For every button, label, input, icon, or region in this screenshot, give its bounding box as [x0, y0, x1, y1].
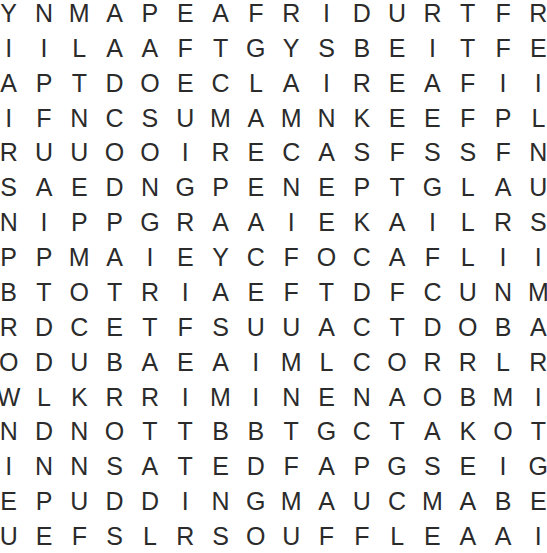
grid-cell-r5c5[interactable]: O	[132, 136, 167, 171]
grid-cell-r5c2[interactable]: U	[26, 136, 61, 171]
grid-cell-r11c14[interactable]: R	[450, 345, 485, 380]
grid-cell-r5c8[interactable]: E	[238, 136, 273, 171]
grid-cell-r6c5[interactable]: N	[132, 170, 167, 205]
grid-cell-r16c5[interactable]: L	[132, 519, 167, 553]
grid-cell-r11c7[interactable]: A	[203, 345, 238, 380]
grid-cell-r13c10[interactable]: G	[309, 415, 344, 450]
grid-cell-r1c12[interactable]: U	[379, 0, 414, 31]
grid-cell-r13c4[interactable]: O	[97, 415, 132, 450]
grid-cell-r14c13[interactable]: S	[415, 449, 450, 484]
grid-cell-r10c15[interactable]: B	[485, 310, 520, 345]
grid-cell-r16c2[interactable]: E	[26, 519, 61, 553]
grid-cell-r2c5[interactable]: A	[132, 31, 167, 66]
grid-cell-r6c1[interactable]: S	[0, 170, 26, 205]
grid-cell-r3c5[interactable]: O	[132, 66, 167, 101]
grid-cell-r4c3[interactable]: N	[62, 101, 97, 136]
grid-cell-r16c9[interactable]: U	[274, 519, 309, 553]
grid-cell-r11c5[interactable]: A	[132, 345, 167, 380]
grid-cell-r2c13[interactable]: I	[415, 31, 450, 66]
grid-cell-r7c9[interactable]: I	[274, 205, 309, 240]
grid-cell-r12c9[interactable]: N	[274, 380, 309, 415]
grid-cell-r3c3[interactable]: T	[62, 66, 97, 101]
grid-cell-r1c8[interactable]: F	[238, 0, 273, 31]
grid-cell-r7c2[interactable]: I	[26, 205, 61, 240]
grid-cell-r8c16[interactable]: I	[521, 240, 547, 275]
grid-cell-r14c3[interactable]: N	[62, 449, 97, 484]
grid-cell-r4c4[interactable]: C	[97, 101, 132, 136]
grid-cell-r14c15[interactable]: I	[485, 449, 520, 484]
grid-cell-r11c8[interactable]: I	[238, 345, 273, 380]
grid-cell-r12c4[interactable]: R	[97, 380, 132, 415]
grid-cell-r2c15[interactable]: F	[485, 31, 520, 66]
grid-cell-r15c16[interactable]: E	[521, 484, 547, 519]
grid-cell-r14c12[interactable]: G	[379, 449, 414, 484]
grid-cell-r2c6[interactable]: F	[168, 31, 203, 66]
grid-cell-r15c4[interactable]: D	[97, 484, 132, 519]
grid-cell-r12c1[interactable]: W	[0, 380, 26, 415]
grid-cell-r7c4[interactable]: P	[97, 205, 132, 240]
grid-cell-r7c8[interactable]: A	[238, 205, 273, 240]
grid-cell-r13c9[interactable]: T	[274, 415, 309, 450]
grid-cell-r5c9[interactable]: C	[274, 136, 309, 171]
grid-cell-r14c4[interactable]: S	[97, 449, 132, 484]
grid-cell-r5c6[interactable]: I	[168, 136, 203, 171]
grid-cell-r4c14[interactable]: F	[450, 101, 485, 136]
grid-cell-r9c2[interactable]: T	[26, 275, 61, 310]
grid-cell-r4c11[interactable]: K	[344, 101, 379, 136]
grid-cell-r7c5[interactable]: G	[132, 205, 167, 240]
grid-cell-r14c10[interactable]: A	[309, 449, 344, 484]
grid-cell-r12c2[interactable]: L	[26, 380, 61, 415]
grid-cell-r2c7[interactable]: T	[203, 31, 238, 66]
grid-cell-r3c2[interactable]: P	[26, 66, 61, 101]
grid-cell-r16c11[interactable]: F	[344, 519, 379, 553]
grid-cell-r2c10[interactable]: S	[309, 31, 344, 66]
grid-cell-r5c12[interactable]: F	[379, 136, 414, 171]
grid-cell-r3c10[interactable]: I	[309, 66, 344, 101]
grid-cell-r14c11[interactable]: P	[344, 449, 379, 484]
grid-cell-r5c10[interactable]: A	[309, 136, 344, 171]
grid-cell-r14c7[interactable]: E	[203, 449, 238, 484]
grid-cell-r6c4[interactable]: D	[97, 170, 132, 205]
grid-cell-r6c7[interactable]: P	[203, 170, 238, 205]
grid-cell-r10c16[interactable]: A	[521, 310, 547, 345]
grid-cell-r9c10[interactable]: T	[309, 275, 344, 310]
grid-cell-r2c9[interactable]: Y	[274, 31, 309, 66]
grid-cell-r6c14[interactable]: L	[450, 170, 485, 205]
grid-cell-r3c7[interactable]: C	[203, 66, 238, 101]
grid-cell-r13c2[interactable]: D	[26, 415, 61, 450]
grid-cell-r16c6[interactable]: R	[168, 519, 203, 553]
grid-cell-r3c13[interactable]: A	[415, 66, 450, 101]
grid-cell-r13c11[interactable]: C	[344, 415, 379, 450]
grid-cell-r1c13[interactable]: R	[415, 0, 450, 31]
grid-cell-r4c13[interactable]: E	[415, 101, 450, 136]
grid-cell-r6c13[interactable]: G	[415, 170, 450, 205]
grid-cell-r14c1[interactable]: I	[0, 449, 26, 484]
grid-cell-r10c14[interactable]: O	[450, 310, 485, 345]
grid-cell-r11c9[interactable]: M	[274, 345, 309, 380]
grid-cell-r2c14[interactable]: T	[450, 31, 485, 66]
grid-cell-r12c11[interactable]: N	[344, 380, 379, 415]
grid-cell-r9c5[interactable]: R	[132, 275, 167, 310]
grid-cell-r13c14[interactable]: K	[450, 415, 485, 450]
grid-cell-r8c1[interactable]: P	[0, 240, 26, 275]
grid-cell-r11c3[interactable]: U	[62, 345, 97, 380]
grid-cell-r13c12[interactable]: T	[379, 415, 414, 450]
grid-cell-r13c13[interactable]: A	[415, 415, 450, 450]
word-search-grid: YNMAPEAFRIDURTFRIILAAFTGYSBEITFEAPTDOECL…	[0, 0, 547, 553]
grid-cell-r7c16[interactable]: S	[521, 205, 547, 240]
grid-cell-r1c1[interactable]: Y	[0, 0, 26, 31]
grid-cell-r16c4[interactable]: S	[97, 519, 132, 553]
grid-cell-r5c7[interactable]: R	[203, 136, 238, 171]
grid-cell-r7c13[interactable]: I	[415, 205, 450, 240]
grid-cell-r12c13[interactable]: O	[415, 380, 450, 415]
grid-cell-r3c1[interactable]: A	[0, 66, 26, 101]
grid-cell-r2c12[interactable]: E	[379, 31, 414, 66]
grid-cell-r15c3[interactable]: U	[62, 484, 97, 519]
grid-cell-r3c4[interactable]: D	[97, 66, 132, 101]
grid-cell-r12c5[interactable]: R	[132, 380, 167, 415]
grid-cell-r5c13[interactable]: S	[415, 136, 450, 171]
grid-cell-r12c16[interactable]: I	[521, 380, 547, 415]
grid-cell-r8c2[interactable]: P	[26, 240, 61, 275]
grid-cell-r15c11[interactable]: U	[344, 484, 379, 519]
grid-cell-r4c6[interactable]: U	[168, 101, 203, 136]
grid-cell-r16c3[interactable]: F	[62, 519, 97, 553]
grid-cell-r10c11[interactable]: C	[344, 310, 379, 345]
grid-cell-r11c2[interactable]: D	[26, 345, 61, 380]
grid-cell-r8c6[interactable]: E	[168, 240, 203, 275]
grid-cell-r12c7[interactable]: M	[203, 380, 238, 415]
grid-cell-r11c6[interactable]: E	[168, 345, 203, 380]
grid-cell-r11c10[interactable]: L	[309, 345, 344, 380]
grid-cell-r7c1[interactable]: N	[0, 205, 26, 240]
grid-cell-r10c2[interactable]: D	[26, 310, 61, 345]
grid-cell-r5c3[interactable]: U	[62, 136, 97, 171]
grid-cell-r6c11[interactable]: P	[344, 170, 379, 205]
grid-cell-r15c1[interactable]: E	[0, 484, 26, 519]
grid-cell-r4c16[interactable]: L	[521, 101, 547, 136]
grid-cell-r4c2[interactable]: F	[26, 101, 61, 136]
grid-cell-r16c12[interactable]: L	[379, 519, 414, 553]
grid-cell-r8c14[interactable]: L	[450, 240, 485, 275]
grid-cell-r8c8[interactable]: C	[238, 240, 273, 275]
grid-cell-r6c15[interactable]: A	[485, 170, 520, 205]
grid-cell-r4c5[interactable]: S	[132, 101, 167, 136]
grid-cell-r5c4[interactable]: O	[97, 136, 132, 171]
grid-cell-r10c12[interactable]: T	[379, 310, 414, 345]
grid-cell-r15c6[interactable]: I	[168, 484, 203, 519]
grid-cell-r16c8[interactable]: O	[238, 519, 273, 553]
grid-cell-r3c9[interactable]: A	[274, 66, 309, 101]
grid-cell-r13c7[interactable]: B	[203, 415, 238, 450]
grid-cell-r13c1[interactable]: N	[0, 415, 26, 450]
grid-cell-r9c15[interactable]: N	[485, 275, 520, 310]
grid-cell-r10c8[interactable]: U	[238, 310, 273, 345]
grid-cell-r1c4[interactable]: A	[97, 0, 132, 31]
grid-cell-r12c12[interactable]: A	[379, 380, 414, 415]
grid-cell-r1c11[interactable]: D	[344, 0, 379, 31]
grid-cell-r12c3[interactable]: K	[62, 380, 97, 415]
grid-cell-r8c3[interactable]: M	[62, 240, 97, 275]
grid-cell-r13c8[interactable]: B	[238, 415, 273, 450]
grid-cell-r1c5[interactable]: P	[132, 0, 167, 31]
grid-cell-r14c14[interactable]: E	[450, 449, 485, 484]
grid-cell-r15c9[interactable]: M	[274, 484, 309, 519]
grid-cell-r9c6[interactable]: I	[168, 275, 203, 310]
grid-cell-r2c8[interactable]: G	[238, 31, 273, 66]
grid-cell-r2c11[interactable]: B	[344, 31, 379, 66]
grid-cell-r15c10[interactable]: A	[309, 484, 344, 519]
grid-cell-r7c6[interactable]: R	[168, 205, 203, 240]
grid-cell-r8c13[interactable]: F	[415, 240, 450, 275]
grid-cell-r1c7[interactable]: A	[203, 0, 238, 31]
grid-cell-r5c15[interactable]: F	[485, 136, 520, 171]
grid-cell-r15c12[interactable]: C	[379, 484, 414, 519]
grid-cell-r6c3[interactable]: E	[62, 170, 97, 205]
grid-cell-r4c15[interactable]: P	[485, 101, 520, 136]
grid-cell-r15c15[interactable]: B	[485, 484, 520, 519]
grid-cell-r7c7[interactable]: A	[203, 205, 238, 240]
grid-cell-r16c13[interactable]: E	[415, 519, 450, 553]
grid-cell-r8c4[interactable]: A	[97, 240, 132, 275]
grid-cell-r12c14[interactable]: B	[450, 380, 485, 415]
grid-cell-r9c13[interactable]: C	[415, 275, 450, 310]
grid-cell-r12c15[interactable]: M	[485, 380, 520, 415]
grid-cell-r9c12[interactable]: F	[379, 275, 414, 310]
grid-cell-r5c1[interactable]: R	[0, 136, 26, 171]
grid-cell-r3c6[interactable]: E	[168, 66, 203, 101]
grid-cell-r10c7[interactable]: S	[203, 310, 238, 345]
grid-cell-r7c15[interactable]: R	[485, 205, 520, 240]
grid-cell-r3c8[interactable]: L	[238, 66, 273, 101]
grid-cell-r1c3[interactable]: M	[62, 0, 97, 31]
grid-cell-r8c15[interactable]: I	[485, 240, 520, 275]
grid-cell-r11c11[interactable]: C	[344, 345, 379, 380]
grid-cell-r16c7[interactable]: S	[203, 519, 238, 553]
grid-cell-r4c12[interactable]: E	[379, 101, 414, 136]
grid-cell-r10c6[interactable]: F	[168, 310, 203, 345]
grid-cell-r16c14[interactable]: A	[450, 519, 485, 553]
grid-cell-r11c12[interactable]: O	[379, 345, 414, 380]
grid-cell-r3c14[interactable]: F	[450, 66, 485, 101]
grid-cell-r15c13[interactable]: M	[415, 484, 450, 519]
grid-cell-r1c14[interactable]: T	[450, 0, 485, 31]
grid-cell-r2c1[interactable]: I	[0, 31, 26, 66]
grid-cell-r14c2[interactable]: N	[26, 449, 61, 484]
grid-cell-r15c8[interactable]: G	[238, 484, 273, 519]
grid-cell-r16c15[interactable]: A	[485, 519, 520, 553]
grid-cell-r10c5[interactable]: T	[132, 310, 167, 345]
grid-cell-r16c10[interactable]: F	[309, 519, 344, 553]
grid-cell-r2c3[interactable]: L	[62, 31, 97, 66]
grid-cell-r7c14[interactable]: L	[450, 205, 485, 240]
grid-cell-r6c2[interactable]: A	[26, 170, 61, 205]
grid-cell-r7c12[interactable]: A	[379, 205, 414, 240]
grid-cell-r10c1[interactable]: R	[0, 310, 26, 345]
grid-cell-r6c8[interactable]: E	[238, 170, 273, 205]
grid-cell-r2c2[interactable]: I	[26, 31, 61, 66]
grid-cell-r3c12[interactable]: E	[379, 66, 414, 101]
grid-cell-r6c9[interactable]: N	[274, 170, 309, 205]
grid-cell-r13c15[interactable]: O	[485, 415, 520, 450]
grid-cell-r15c7[interactable]: N	[203, 484, 238, 519]
grid-cell-r10c13[interactable]: D	[415, 310, 450, 345]
grid-cell-r11c13[interactable]: R	[415, 345, 450, 380]
grid-cell-r6c16[interactable]: U	[521, 170, 547, 205]
grid-cell-r3c11[interactable]: R	[344, 66, 379, 101]
grid-cell-r5c14[interactable]: S	[450, 136, 485, 171]
grid-cell-r16c1[interactable]: U	[0, 519, 26, 553]
grid-cell-r14c6[interactable]: T	[168, 449, 203, 484]
grid-cell-r13c3[interactable]: N	[62, 415, 97, 450]
grid-cell-r8c7[interactable]: Y	[203, 240, 238, 275]
grid-cell-r11c4[interactable]: B	[97, 345, 132, 380]
grid-cell-r15c5[interactable]: D	[132, 484, 167, 519]
grid-cell-r5c11[interactable]: S	[344, 136, 379, 171]
grid-cell-r10c4[interactable]: E	[97, 310, 132, 345]
grid-cell-r6c6[interactable]: G	[168, 170, 203, 205]
grid-cell-r13c5[interactable]: T	[132, 415, 167, 450]
grid-cell-r8c11[interactable]: C	[344, 240, 379, 275]
grid-cell-r15c14[interactable]: A	[450, 484, 485, 519]
grid-cell-r8c10[interactable]: O	[309, 240, 344, 275]
grid-cell-r16c16[interactable]: I	[521, 519, 547, 553]
grid-cell-r14c5[interactable]: A	[132, 449, 167, 484]
grid-cell-r3c15[interactable]: I	[485, 66, 520, 101]
grid-cell-r14c16[interactable]: G	[521, 449, 547, 484]
grid-cell-r11c1[interactable]: O	[0, 345, 26, 380]
grid-cell-r9c7[interactable]: A	[203, 275, 238, 310]
grid-cell-r1c16[interactable]: R	[521, 0, 547, 31]
grid-cell-r10c10[interactable]: A	[309, 310, 344, 345]
grid-cell-r13c6[interactable]: T	[168, 415, 203, 450]
grid-cell-r9c11[interactable]: D	[344, 275, 379, 310]
grid-cell-r7c11[interactable]: K	[344, 205, 379, 240]
grid-cell-r13c16[interactable]: T	[521, 415, 547, 450]
grid-cell-r6c12[interactable]: T	[379, 170, 414, 205]
grid-cell-r12c8[interactable]: I	[238, 380, 273, 415]
grid-cell-r1c9[interactable]: R	[274, 0, 309, 31]
grid-cell-r11c16[interactable]: R	[521, 345, 547, 380]
grid-cell-r4c8[interactable]: A	[238, 101, 273, 136]
grid-cell-r4c9[interactable]: M	[274, 101, 309, 136]
grid-cell-r9c8[interactable]: E	[238, 275, 273, 310]
grid-cell-r14c9[interactable]: F	[274, 449, 309, 484]
grid-cell-r10c9[interactable]: U	[274, 310, 309, 345]
grid-cell-r11c15[interactable]: L	[485, 345, 520, 380]
word-search-page: YNMAPEAFRIDURTFRIILAAFTGYSBEITFEAPTDOECL…	[0, 0, 547, 553]
grid-cell-r4c7[interactable]: M	[203, 101, 238, 136]
grid-cell-r12c6[interactable]: I	[168, 380, 203, 415]
grid-cell-r1c6[interactable]: E	[168, 0, 203, 31]
grid-cell-r8c12[interactable]: A	[379, 240, 414, 275]
grid-cell-r9c4[interactable]: T	[97, 275, 132, 310]
grid-cell-r14c8[interactable]: D	[238, 449, 273, 484]
grid-cell-r1c15[interactable]: F	[485, 0, 520, 31]
grid-cell-r2c4[interactable]: A	[97, 31, 132, 66]
grid-cell-r3c16[interactable]: I	[521, 66, 547, 101]
grid-cell-r6c10[interactable]: E	[309, 170, 344, 205]
grid-cell-r12c10[interactable]: E	[309, 380, 344, 415]
grid-cell-r4c1[interactable]: I	[0, 101, 26, 136]
grid-cell-r4c10[interactable]: N	[309, 101, 344, 136]
grid-cell-r1c10[interactable]: I	[309, 0, 344, 31]
grid-cell-r8c5[interactable]: I	[132, 240, 167, 275]
grid-cell-r15c2[interactable]: P	[26, 484, 61, 519]
grid-cell-r1c2[interactable]: N	[26, 0, 61, 31]
grid-cell-r9c1[interactable]: B	[0, 275, 26, 310]
grid-cell-r9c9[interactable]: F	[274, 275, 309, 310]
grid-cell-r2c16[interactable]: E	[521, 31, 547, 66]
grid-cell-r10c3[interactable]: C	[62, 310, 97, 345]
grid-cell-r5c16[interactable]: N	[521, 136, 547, 171]
grid-cell-r9c3[interactable]: O	[62, 275, 97, 310]
grid-cell-r9c14[interactable]: U	[450, 275, 485, 310]
grid-cell-r7c10[interactable]: E	[309, 205, 344, 240]
grid-cell-r9c16[interactable]: M	[521, 275, 547, 310]
grid-cell-r8c9[interactable]: F	[274, 240, 309, 275]
grid-cell-r7c3[interactable]: P	[62, 205, 97, 240]
